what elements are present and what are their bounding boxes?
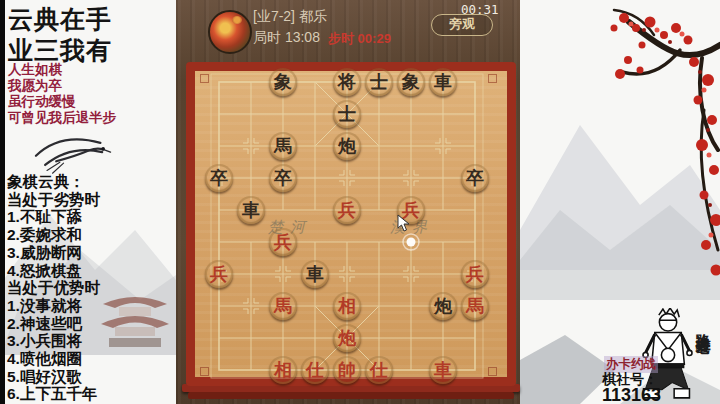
poem-quote: 人生如棋我愿为卒虽行动缓慢可曾见我后退半步 [8,62,116,126]
piece-black-車[interactable]: 車 [301,260,329,288]
streamer-name-vertical: 路边摊老云 [693,321,712,331]
piece-red-兵[interactable]: 兵 [269,228,297,256]
game-time: 局时 13:08 [253,29,320,47]
text-line: 1.不耻下舔 [7,208,100,226]
chess-joke-list: 象棋云典：当处于劣势时1.不耻下舔2.委婉求和3.威胁断网4.怒掀棋盘当处于优势… [7,173,100,403]
plum-blossom-icon [584,0,720,310]
player-name: [业7-2] 都乐 [253,8,327,26]
text-line: 3.威胁断网 [7,244,100,262]
crane-icon [25,130,115,176]
piece-red-兵[interactable]: 兵 [205,260,233,288]
piece-black-象[interactable]: 象 [397,68,425,96]
text-line: 2.委婉求和 [7,226,100,244]
piece-black-将[interactable]: 将 [333,68,361,96]
mouse-cursor [397,214,411,232]
piece-red-馬[interactable]: 馬 [461,292,489,320]
text-line: 当处于优势时 [7,279,100,297]
text-line: 虽行动缓慢 [8,94,116,110]
left-title-line1: 云典在手 [8,4,112,35]
piece-red-兵[interactable]: 兵 [461,260,489,288]
piece-black-卒[interactable]: 卒 [461,164,489,192]
text-line: 5.唱好汉歌 [7,368,100,386]
text-line: 当处于劣势时 [7,191,100,209]
text-line: 象棋云典： [7,173,100,191]
text-line: 可曾见我后退半步 [8,110,116,126]
text-line: 2.神速些吧 [7,315,100,333]
piece-red-相[interactable]: 相 [269,356,297,384]
temple-icon [95,288,175,350]
club-id-number: 113163 [602,385,661,404]
text-line: 1.没事就将 [7,297,100,315]
piece-red-仕[interactable]: 仕 [301,356,329,384]
piece-black-炮[interactable]: 炮 [333,132,361,160]
stream-screen: 云典在手 业三我有 人生如棋我愿为卒虽行动缓慢可曾见我后退半步 象棋云典：当处于… [0,0,720,404]
move-time: 步时 00:29 [328,30,391,48]
game-area: [业7-2] 都乐 局时 13:08 步时 00:29 00:31 旁观 楚河 [176,0,520,404]
piece-red-兵[interactable]: 兵 [333,196,361,224]
xiangqi-board[interactable]: 象将士象車士馬炮卒卒卒車兵兵兵兵車兵馬相炮馬炮相仕帥仕車 [203,66,491,386]
left-edge-strip [0,0,5,404]
player-avatar[interactable] [208,10,252,54]
right-overlay-panel: 天天象棋 业三守门员 [520,0,720,404]
piece-red-仕[interactable]: 仕 [365,356,393,384]
piece-red-帥[interactable]: 帥 [333,356,361,384]
piece-black-馬[interactable]: 馬 [269,132,297,160]
piece-black-士[interactable]: 士 [333,100,361,128]
piece-black-炮[interactable]: 炮 [429,292,457,320]
piece-black-士[interactable]: 士 [365,68,393,96]
piece-red-相[interactable]: 相 [333,292,361,320]
board-base-ledge-2 [188,392,514,399]
left-overlay-panel: 云典在手 业三我有 人生如棋我愿为卒虽行动缓慢可曾见我后退半步 象棋云典：当处于… [0,0,176,404]
text-line: 4.怒掀棋盘 [7,262,100,280]
piece-black-卒[interactable]: 卒 [269,164,297,192]
spectate-button[interactable]: 旁观 [431,14,493,36]
text-line: 3.小兵围将 [7,332,100,350]
piece-red-馬[interactable]: 馬 [269,292,297,320]
text-line: 6.上下五千年 [7,385,100,403]
text-line: 人生如棋 [8,62,116,78]
piece-black-車[interactable]: 車 [429,68,457,96]
piece-red-車[interactable]: 車 [429,356,457,384]
text-line: 4.喷他烟圈 [7,350,100,368]
left-title: 云典在手 业三我有 [8,4,112,66]
text-line: 我愿为卒 [8,78,116,94]
piece-black-車[interactable]: 車 [237,196,265,224]
piece-black-卒[interactable]: 卒 [205,164,233,192]
piece-black-象[interactable]: 象 [269,68,297,96]
piece-red-炮[interactable]: 炮 [333,324,361,352]
